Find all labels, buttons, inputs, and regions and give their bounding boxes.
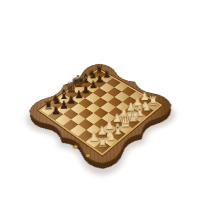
white-rook: ♜ bbox=[93, 136, 111, 149]
product-photo: ♜♞♝♛♚♝♞♜♟♟♟♟♟♟♟♟♟♟♟♟♟♟♟♟♜♞♝♛♚♝♞♜ bbox=[0, 0, 200, 200]
wooden-board: ♜♞♝♛♚♝♞♜♟♟♟♟♟♟♟♟♟♟♟♟♟♟♟♟♜♞♝♛♚♝♞♜ bbox=[16, 56, 186, 176]
black-pawn: ♟ bbox=[48, 105, 65, 117]
perspective-scene: ♜♞♝♛♚♝♞♜♟♟♟♟♟♟♟♟♟♟♟♟♟♟♟♟♜♞♝♛♚♝♞♜ bbox=[0, 0, 200, 200]
brass-clasp-icon bbox=[72, 144, 78, 149]
camera-roll: ♜♞♝♛♚♝♞♜♟♟♟♟♟♟♟♟♟♟♟♟♟♟♟♟♜♞♝♛♚♝♞♜ bbox=[0, 0, 200, 200]
